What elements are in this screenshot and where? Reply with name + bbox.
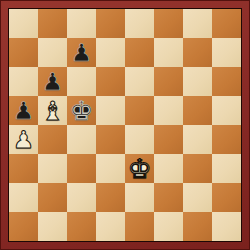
square-d4[interactable] <box>96 125 125 154</box>
square-c4[interactable] <box>67 125 96 154</box>
square-b4[interactable] <box>38 125 67 154</box>
white-king[interactable]: ♚ <box>125 154 154 183</box>
square-f7[interactable] <box>154 38 183 67</box>
square-e5[interactable] <box>125 96 154 125</box>
square-f6[interactable] <box>154 67 183 96</box>
square-f8[interactable] <box>154 9 183 38</box>
black-pawn[interactable]: ♟ <box>9 96 38 125</box>
square-c1[interactable] <box>67 212 96 241</box>
square-c6[interactable] <box>67 67 96 96</box>
square-e8[interactable] <box>125 9 154 38</box>
square-e3[interactable]: ♚ <box>125 154 154 183</box>
square-e4[interactable] <box>125 125 154 154</box>
square-d8[interactable] <box>96 9 125 38</box>
square-d6[interactable] <box>96 67 125 96</box>
square-g8[interactable] <box>183 9 212 38</box>
square-a6[interactable] <box>9 67 38 96</box>
square-d3[interactable] <box>96 154 125 183</box>
square-f1[interactable] <box>154 212 183 241</box>
black-pawn[interactable]: ♟ <box>67 38 96 67</box>
square-h5[interactable] <box>212 96 241 125</box>
square-d1[interactable] <box>96 212 125 241</box>
black-pawn[interactable]: ♟ <box>38 67 67 96</box>
square-e1[interactable] <box>125 212 154 241</box>
square-b5[interactable]: ♝ <box>38 96 67 125</box>
square-a4[interactable]: ♟ <box>9 125 38 154</box>
square-f5[interactable] <box>154 96 183 125</box>
square-h8[interactable] <box>212 9 241 38</box>
square-a3[interactable] <box>9 154 38 183</box>
square-g4[interactable] <box>183 125 212 154</box>
square-g3[interactable] <box>183 154 212 183</box>
square-a5[interactable]: ♟ <box>9 96 38 125</box>
square-d2[interactable] <box>96 183 125 212</box>
square-b1[interactable] <box>38 212 67 241</box>
white-bishop[interactable]: ♝ <box>38 96 67 125</box>
square-a7[interactable] <box>9 38 38 67</box>
square-b2[interactable] <box>38 183 67 212</box>
square-a2[interactable] <box>9 183 38 212</box>
square-e6[interactable] <box>125 67 154 96</box>
square-f3[interactable] <box>154 154 183 183</box>
square-g7[interactable] <box>183 38 212 67</box>
square-e7[interactable] <box>125 38 154 67</box>
square-h3[interactable] <box>212 154 241 183</box>
square-c7[interactable]: ♟ <box>67 38 96 67</box>
square-b8[interactable] <box>38 9 67 38</box>
square-h1[interactable] <box>212 212 241 241</box>
square-c5[interactable]: ♚ <box>67 96 96 125</box>
square-f4[interactable] <box>154 125 183 154</box>
square-g6[interactable] <box>183 67 212 96</box>
square-b7[interactable] <box>38 38 67 67</box>
square-d7[interactable] <box>96 38 125 67</box>
square-c3[interactable] <box>67 154 96 183</box>
square-c2[interactable] <box>67 183 96 212</box>
square-g5[interactable] <box>183 96 212 125</box>
square-f2[interactable] <box>154 183 183 212</box>
chess-board: ♟♟♟♝♚♟♚ <box>8 8 242 242</box>
square-g2[interactable] <box>183 183 212 212</box>
black-king[interactable]: ♚ <box>67 96 96 125</box>
white-pawn[interactable]: ♟ <box>9 125 38 154</box>
square-h2[interactable] <box>212 183 241 212</box>
square-c8[interactable] <box>67 9 96 38</box>
square-a8[interactable] <box>9 9 38 38</box>
square-b3[interactable] <box>38 154 67 183</box>
square-g1[interactable] <box>183 212 212 241</box>
square-h4[interactable] <box>212 125 241 154</box>
square-e2[interactable] <box>125 183 154 212</box>
square-a1[interactable] <box>9 212 38 241</box>
square-b6[interactable]: ♟ <box>38 67 67 96</box>
board-frame: ♟♟♟♝♚♟♚ <box>0 0 250 250</box>
square-h6[interactable] <box>212 67 241 96</box>
square-h7[interactable] <box>212 38 241 67</box>
square-d5[interactable] <box>96 96 125 125</box>
